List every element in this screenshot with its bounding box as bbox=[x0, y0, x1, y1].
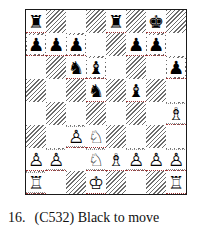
square-f5: ♝ bbox=[126, 79, 146, 102]
square-g3 bbox=[146, 125, 166, 148]
square-f8 bbox=[126, 10, 146, 33]
square-d7 bbox=[86, 33, 106, 56]
square-c1 bbox=[66, 171, 86, 194]
square-e1 bbox=[106, 171, 126, 194]
square-e8: ♜ bbox=[106, 10, 126, 33]
black-pawn-a7: ♟ bbox=[27, 35, 45, 54]
black-king-g8: ♚ bbox=[148, 12, 164, 31]
white-knight-d2: ♘ bbox=[86, 149, 106, 170]
black-rook-a8: ♜ bbox=[28, 12, 44, 31]
square-e7 bbox=[106, 33, 126, 56]
white-rook-a1: ♖ bbox=[26, 172, 46, 193]
square-c4 bbox=[66, 102, 86, 125]
diagram-caption: 16.(C532) Black to move bbox=[8, 210, 193, 226]
black-bishop-d6: ♝ bbox=[87, 58, 105, 77]
square-c7: ♟ bbox=[66, 33, 86, 56]
square-g6 bbox=[146, 56, 166, 79]
square-e6 bbox=[106, 56, 126, 79]
black-pawn-g7: ♟ bbox=[147, 35, 165, 54]
square-d1: ♔ bbox=[86, 171, 106, 194]
square-d5: ♞ bbox=[86, 79, 106, 102]
square-h7 bbox=[166, 33, 186, 56]
diagram-number: 16. bbox=[8, 210, 26, 225]
square-c3: ♙ bbox=[66, 125, 86, 148]
square-f7: ♟ bbox=[126, 33, 146, 56]
black-bishop-f5: ♝ bbox=[128, 81, 144, 100]
square-a5 bbox=[26, 79, 46, 102]
square-c2 bbox=[66, 148, 86, 171]
square-c8 bbox=[66, 10, 86, 33]
square-c6: ♞ bbox=[66, 56, 86, 79]
square-e4 bbox=[106, 102, 126, 125]
square-b6 bbox=[46, 56, 66, 79]
square-b2: ♙ bbox=[46, 148, 66, 171]
white-knight-d3: ♘ bbox=[88, 127, 104, 146]
black-knight-c6: ♞ bbox=[68, 58, 84, 77]
square-g7: ♟ bbox=[146, 33, 166, 56]
square-h1: ♖ bbox=[166, 171, 186, 194]
square-h8 bbox=[166, 10, 186, 33]
square-d3: ♘ bbox=[86, 125, 106, 148]
black-pawn-f7: ♟ bbox=[128, 35, 144, 54]
black-knight-d5: ♞ bbox=[88, 81, 104, 100]
square-a1: ♖ bbox=[26, 171, 46, 194]
square-g1 bbox=[146, 171, 166, 194]
square-h3 bbox=[166, 125, 186, 148]
square-d2: ♘ bbox=[86, 148, 106, 171]
black-rook-e8: ♜ bbox=[108, 12, 124, 31]
square-g8: ♚ bbox=[146, 10, 166, 33]
square-a2: ♙ bbox=[26, 148, 46, 171]
white-bishop-e2: ♗ bbox=[108, 150, 124, 169]
square-f3 bbox=[126, 125, 146, 148]
chess-board: ♜♜♚♟♟♟♟♟♞♝♟♞♝♗♙♘♙♙♘♗♙♙♙♖♔♖ bbox=[25, 9, 187, 195]
white-pawn-g2: ♙ bbox=[148, 150, 164, 169]
square-a4 bbox=[26, 102, 46, 125]
square-e3 bbox=[106, 125, 126, 148]
square-c5 bbox=[66, 79, 86, 102]
square-h6: ♟ bbox=[166, 56, 186, 79]
white-king-d1: ♔ bbox=[88, 173, 104, 192]
square-b7: ♟ bbox=[46, 33, 66, 56]
white-pawn-c3: ♙ bbox=[66, 126, 86, 147]
black-pawn-b7: ♟ bbox=[48, 35, 64, 54]
white-bishop-h4: ♗ bbox=[166, 103, 186, 124]
square-g5 bbox=[146, 79, 166, 102]
white-pawn-h2: ♙ bbox=[166, 149, 186, 170]
square-f1 bbox=[126, 171, 146, 194]
square-h2: ♙ bbox=[166, 148, 186, 171]
square-h4: ♗ bbox=[166, 102, 186, 125]
square-f4 bbox=[126, 102, 146, 125]
square-d4 bbox=[86, 102, 106, 125]
square-d6: ♝ bbox=[86, 56, 106, 79]
white-rook-h1: ♖ bbox=[168, 173, 184, 192]
square-a6 bbox=[26, 56, 46, 79]
white-pawn-f2: ♙ bbox=[126, 149, 146, 170]
square-b5 bbox=[46, 79, 66, 102]
square-f6 bbox=[126, 56, 146, 79]
caption-text: (C532) Black to move bbox=[35, 210, 160, 225]
square-a3 bbox=[26, 125, 46, 148]
square-e5 bbox=[106, 79, 126, 102]
square-d8 bbox=[86, 10, 106, 33]
square-h5 bbox=[166, 79, 186, 102]
square-a8: ♜ bbox=[26, 10, 46, 33]
square-g4 bbox=[146, 102, 166, 125]
black-pawn-h6: ♟ bbox=[167, 58, 185, 77]
square-b4 bbox=[46, 102, 66, 125]
square-b3 bbox=[46, 125, 66, 148]
square-a7: ♟ bbox=[26, 33, 46, 56]
white-pawn-a2: ♙ bbox=[28, 150, 44, 169]
square-g2: ♙ bbox=[146, 148, 166, 171]
square-b1 bbox=[46, 171, 66, 194]
black-pawn-c7: ♟ bbox=[67, 35, 85, 54]
square-b8 bbox=[46, 10, 66, 33]
chess-diagram-page: ♜♜♚♟♟♟♟♟♞♝♟♞♝♗♙♘♙♙♘♗♙♙♙♖♔♖ 16.(C532) Bla… bbox=[0, 0, 197, 237]
white-pawn-b2: ♙ bbox=[46, 149, 66, 170]
square-f2: ♙ bbox=[126, 148, 146, 171]
square-e2: ♗ bbox=[106, 148, 126, 171]
